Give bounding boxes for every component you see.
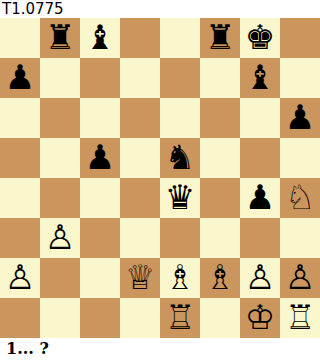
square-c3[interactable]	[80, 218, 120, 258]
square-d6[interactable]	[120, 98, 160, 138]
piece-white-pawn[interactable]: ♙	[45, 217, 75, 257]
square-b4[interactable]	[40, 178, 80, 218]
square-g3[interactable]	[240, 218, 280, 258]
square-a5[interactable]	[0, 138, 40, 178]
square-f7[interactable]	[200, 58, 240, 98]
square-h1[interactable]: ♖	[280, 298, 320, 338]
piece-black-rook[interactable]: ♜	[45, 17, 75, 57]
square-a4[interactable]	[0, 178, 40, 218]
square-b6[interactable]	[40, 98, 80, 138]
square-c4[interactable]	[80, 178, 120, 218]
square-b8[interactable]: ♜	[40, 18, 80, 58]
piece-white-rook[interactable]: ♖	[285, 297, 315, 337]
square-e5[interactable]: ♞	[160, 138, 200, 178]
square-b5[interactable]	[40, 138, 80, 178]
square-f5[interactable]	[200, 138, 240, 178]
square-d2[interactable]: ♕	[120, 258, 160, 298]
piece-white-pawn[interactable]: ♙	[245, 257, 275, 297]
square-d7[interactable]	[120, 58, 160, 98]
piece-white-rook[interactable]: ♖	[165, 297, 195, 337]
piece-black-pawn[interactable]: ♟	[5, 57, 35, 97]
piece-white-pawn[interactable]: ♙	[5, 257, 35, 297]
square-f2[interactable]: ♗	[200, 258, 240, 298]
square-g4[interactable]: ♟	[240, 178, 280, 218]
piece-black-bishop[interactable]: ♝	[85, 17, 115, 57]
square-a7[interactable]: ♟	[0, 58, 40, 98]
square-h8[interactable]	[280, 18, 320, 58]
square-h3[interactable]	[280, 218, 320, 258]
square-g2[interactable]: ♙	[240, 258, 280, 298]
square-h5[interactable]	[280, 138, 320, 178]
square-d3[interactable]	[120, 218, 160, 258]
square-e2[interactable]: ♗	[160, 258, 200, 298]
square-e7[interactable]	[160, 58, 200, 98]
square-g7[interactable]: ♝	[240, 58, 280, 98]
square-c8[interactable]: ♝	[80, 18, 120, 58]
piece-black-pawn[interactable]: ♟	[245, 177, 275, 217]
piece-black-bishop[interactable]: ♝	[245, 57, 275, 97]
square-c1[interactable]	[80, 298, 120, 338]
square-h7[interactable]	[280, 58, 320, 98]
square-e4[interactable]: ♛	[160, 178, 200, 218]
piece-white-knight[interactable]: ♘	[285, 177, 315, 217]
square-g5[interactable]	[240, 138, 280, 178]
square-e1[interactable]: ♖	[160, 298, 200, 338]
puzzle-id-label: T1.0775	[0, 0, 320, 18]
piece-black-knight[interactable]: ♞	[165, 137, 195, 177]
piece-white-pawn[interactable]: ♙	[285, 257, 315, 297]
square-e8[interactable]	[160, 18, 200, 58]
square-e6[interactable]	[160, 98, 200, 138]
piece-white-bishop[interactable]: ♗	[205, 257, 235, 297]
square-b1[interactable]	[40, 298, 80, 338]
square-h2[interactable]: ♙	[280, 258, 320, 298]
square-f6[interactable]	[200, 98, 240, 138]
square-d8[interactable]	[120, 18, 160, 58]
square-h4[interactable]: ♘	[280, 178, 320, 218]
square-g8[interactable]: ♚	[240, 18, 280, 58]
square-f1[interactable]	[200, 298, 240, 338]
square-f4[interactable]	[200, 178, 240, 218]
square-c5[interactable]: ♟	[80, 138, 120, 178]
square-h6[interactable]: ♟	[280, 98, 320, 138]
square-a1[interactable]	[0, 298, 40, 338]
square-e3[interactable]	[160, 218, 200, 258]
piece-white-king[interactable]: ♔	[245, 297, 275, 337]
square-g1[interactable]: ♔	[240, 298, 280, 338]
square-f8[interactable]: ♜	[200, 18, 240, 58]
square-d4[interactable]	[120, 178, 160, 218]
piece-white-bishop[interactable]: ♗	[165, 257, 195, 297]
square-a2[interactable]: ♙	[0, 258, 40, 298]
square-c2[interactable]	[80, 258, 120, 298]
move-prompt: 1... ?	[0, 338, 320, 360]
square-a8[interactable]	[0, 18, 40, 58]
piece-white-queen[interactable]: ♕	[125, 257, 155, 297]
square-a6[interactable]	[0, 98, 40, 138]
square-b3[interactable]: ♙	[40, 218, 80, 258]
piece-black-pawn[interactable]: ♟	[285, 97, 315, 137]
square-c7[interactable]	[80, 58, 120, 98]
square-f3[interactable]	[200, 218, 240, 258]
square-b2[interactable]	[40, 258, 80, 298]
piece-black-rook[interactable]: ♜	[205, 17, 235, 57]
square-d5[interactable]	[120, 138, 160, 178]
chess-board: ♜♝♜♚♟♝♟♟♞♛♟♘♙♙♕♗♗♙♙♖♔♖	[0, 18, 320, 338]
piece-black-pawn[interactable]: ♟	[85, 137, 115, 177]
square-c6[interactable]	[80, 98, 120, 138]
square-d1[interactable]	[120, 298, 160, 338]
square-b7[interactable]	[40, 58, 80, 98]
square-g6[interactable]	[240, 98, 280, 138]
square-a3[interactable]	[0, 218, 40, 258]
piece-black-king[interactable]: ♚	[245, 17, 275, 57]
piece-black-queen[interactable]: ♛	[165, 177, 195, 217]
